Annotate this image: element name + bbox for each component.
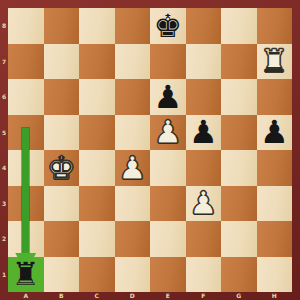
piece-black-king[interactable]: ♚ [153, 10, 182, 42]
rank-label-1: 1 [0, 257, 8, 293]
square-e5[interactable]: ♟ [150, 115, 186, 151]
file-label-c: C [79, 291, 115, 300]
piece-white-pawn[interactable]: ♟ [189, 187, 218, 219]
piece-black-pawn[interactable]: ♟ [260, 116, 289, 148]
square-h3[interactable] [257, 186, 293, 222]
square-b2[interactable] [44, 221, 80, 257]
square-f4[interactable] [186, 150, 222, 186]
square-f6[interactable] [186, 79, 222, 115]
square-a8[interactable] [8, 8, 44, 44]
square-f7[interactable] [186, 44, 222, 80]
square-c1[interactable] [79, 257, 115, 293]
square-f3[interactable]: ♟ [186, 186, 222, 222]
piece-white-pawn[interactable]: ♟ [118, 152, 147, 184]
square-d4[interactable]: ♟ [115, 150, 151, 186]
square-b4[interactable]: ♚ [44, 150, 80, 186]
file-label-d: D [115, 291, 151, 300]
square-h6[interactable] [257, 79, 293, 115]
square-c2[interactable] [79, 221, 115, 257]
square-g5[interactable] [221, 115, 257, 151]
square-f5[interactable]: ♟ [186, 115, 222, 151]
square-a6[interactable] [8, 79, 44, 115]
square-b3[interactable] [44, 186, 80, 222]
chess-board: ♚♜♟♟♟♟♚♟♟♜ [8, 8, 292, 292]
square-e8[interactable]: ♚ [150, 8, 186, 44]
square-f8[interactable] [186, 8, 222, 44]
square-g2[interactable] [221, 221, 257, 257]
square-b5[interactable] [44, 115, 80, 151]
square-g4[interactable] [221, 150, 257, 186]
square-d1[interactable] [115, 257, 151, 293]
chess-board-frame: ♚♜♟♟♟♟♚♟♟♜ 87654321ABCDEFGH [0, 0, 300, 300]
square-g3[interactable] [221, 186, 257, 222]
square-c3[interactable] [79, 186, 115, 222]
file-label-f: F [186, 291, 222, 300]
file-label-h: H [257, 291, 293, 300]
rank-label-7: 7 [0, 44, 8, 80]
rank-label-5: 5 [0, 115, 8, 151]
square-b8[interactable] [44, 8, 80, 44]
square-e2[interactable] [150, 221, 186, 257]
move-arrow-shaft [22, 128, 29, 254]
square-g1[interactable] [221, 257, 257, 293]
square-g6[interactable] [221, 79, 257, 115]
piece-black-rook[interactable]: ♜ [11, 258, 40, 290]
square-d7[interactable] [115, 44, 151, 80]
square-d5[interactable] [115, 115, 151, 151]
square-a1[interactable]: ♜ [8, 257, 44, 293]
square-d6[interactable] [115, 79, 151, 115]
square-e7[interactable] [150, 44, 186, 80]
square-g7[interactable] [221, 44, 257, 80]
rank-label-6: 6 [0, 79, 8, 115]
square-f2[interactable] [186, 221, 222, 257]
square-a7[interactable] [8, 44, 44, 80]
square-d8[interactable] [115, 8, 151, 44]
square-b6[interactable] [44, 79, 80, 115]
file-label-b: B [44, 291, 80, 300]
square-h5[interactable]: ♟ [257, 115, 293, 151]
square-h7[interactable]: ♜ [257, 44, 293, 80]
square-b1[interactable] [44, 257, 80, 293]
square-c6[interactable] [79, 79, 115, 115]
piece-black-pawn[interactable]: ♟ [153, 81, 182, 113]
square-c5[interactable] [79, 115, 115, 151]
square-d2[interactable] [115, 221, 151, 257]
piece-white-pawn[interactable]: ♟ [153, 116, 182, 148]
square-h1[interactable] [257, 257, 293, 293]
square-h2[interactable] [257, 221, 293, 257]
square-c4[interactable] [79, 150, 115, 186]
file-label-e: E [150, 291, 186, 300]
square-c8[interactable] [79, 8, 115, 44]
square-h8[interactable] [257, 8, 293, 44]
piece-white-king[interactable]: ♚ [47, 152, 76, 184]
rank-label-2: 2 [0, 221, 8, 257]
square-e4[interactable] [150, 150, 186, 186]
rank-label-3: 3 [0, 186, 8, 222]
rank-label-4: 4 [0, 150, 8, 186]
square-h4[interactable] [257, 150, 293, 186]
square-d3[interactable] [115, 186, 151, 222]
square-e3[interactable] [150, 186, 186, 222]
rank-label-8: 8 [0, 8, 8, 44]
square-e1[interactable] [150, 257, 186, 293]
piece-white-rook[interactable]: ♜ [260, 45, 289, 77]
piece-black-pawn[interactable]: ♟ [189, 116, 218, 148]
square-b7[interactable] [44, 44, 80, 80]
file-label-g: G [221, 291, 257, 300]
square-f1[interactable] [186, 257, 222, 293]
square-e6[interactable]: ♟ [150, 79, 186, 115]
square-c7[interactable] [79, 44, 115, 80]
square-g8[interactable] [221, 8, 257, 44]
